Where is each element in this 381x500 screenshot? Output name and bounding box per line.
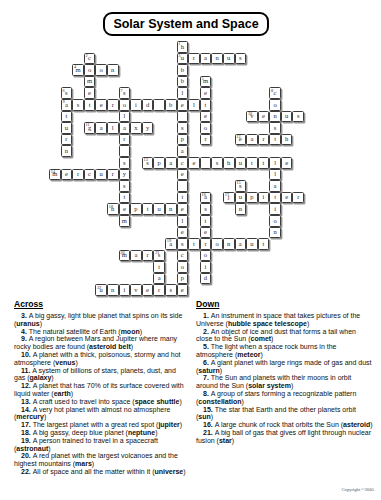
- empty-space: [61, 64, 73, 76]
- grid-cell[interactable]: e: [200, 111, 212, 123]
- clue-number: 14: [51, 170, 55, 174]
- empty-space: [269, 273, 281, 285]
- empty-space: [130, 180, 142, 192]
- clue-number: 19: [167, 239, 171, 243]
- grid-cell[interactable]: 2c: [84, 53, 96, 65]
- cell-letter: a: [169, 160, 172, 168]
- grid-cell[interactable]: 3u: [177, 53, 189, 65]
- grid-cell[interactable]: n: [235, 203, 247, 215]
- grid-cell[interactable]: s: [119, 157, 131, 169]
- grid-cell[interactable]: n: [211, 53, 223, 65]
- empty-space: [49, 76, 61, 88]
- grid-cell[interactable]: e: [200, 227, 212, 239]
- grid-cell[interactable]: a: [165, 157, 177, 169]
- grid-cell[interactable]: r: [142, 250, 154, 262]
- empty-space: [142, 192, 154, 204]
- grid-cell[interactable]: t: [84, 99, 96, 111]
- empty-space: [130, 157, 142, 169]
- grid-cell[interactable]: 4m: [72, 64, 84, 76]
- grid-cell[interactable]: [153, 99, 165, 111]
- grid-cell[interactable]: m: [119, 215, 131, 227]
- grid-cell[interactable]: u: [235, 192, 247, 204]
- grid-cell[interactable]: e: [177, 227, 189, 239]
- clue-answer: saturn: [198, 367, 219, 374]
- empty-space: [72, 273, 84, 285]
- empty-space: [95, 111, 107, 123]
- empty-space: [292, 41, 304, 53]
- grid-cell[interactable]: p: [130, 203, 142, 215]
- empty-space: [235, 169, 247, 181]
- grid-cell[interactable]: x: [130, 122, 142, 134]
- grid-cell[interactable]: r: [107, 169, 119, 181]
- grid-cell[interactable]: 21s: [153, 250, 165, 262]
- cell-letter: i: [205, 264, 207, 272]
- empty-space: [130, 76, 142, 88]
- empty-space: [258, 122, 270, 134]
- grid-cell[interactable]: n: [107, 284, 119, 296]
- cell-letter: e: [285, 194, 288, 202]
- grid-cell[interactable]: d: [142, 99, 154, 111]
- cell-letter: a: [65, 102, 68, 110]
- clue: 9. A region between Mars and Jupiter whe…: [14, 335, 188, 351]
- grid-cell[interactable]: o: [200, 250, 212, 262]
- grid-cell[interactable]: u: [223, 53, 235, 65]
- grid-cell[interactable]: a: [246, 134, 258, 146]
- grid-cell[interactable]: a: [269, 180, 281, 192]
- cell-letter: h: [285, 136, 288, 144]
- empty-space: [165, 87, 177, 99]
- empty-space: [72, 157, 84, 169]
- grid-cell[interactable]: e: [177, 169, 189, 181]
- grid-cell[interactable]: s: [119, 180, 131, 192]
- empty-space: [165, 192, 177, 204]
- empty-space: [292, 53, 304, 65]
- grid-cell[interactable]: [200, 157, 212, 169]
- empty-space: [153, 41, 165, 53]
- empty-space: [142, 227, 154, 239]
- empty-space: [61, 192, 73, 204]
- grid-cell[interactable]: 8c: [269, 87, 281, 99]
- grid-cell[interactable]: e: [142, 284, 154, 296]
- empty-space: [153, 87, 165, 99]
- clue-number-label: 10.: [21, 351, 33, 358]
- clue-answer: moon: [121, 328, 140, 335]
- cell-letter: d: [204, 275, 207, 283]
- empty-space: [223, 284, 235, 296]
- empty-space: [165, 64, 177, 76]
- grid-cell[interactable]: 11g: [84, 122, 96, 134]
- grid-cell[interactable]: i: [119, 284, 131, 296]
- grid-cell[interactable]: o: [211, 238, 223, 250]
- empty-space: [49, 41, 61, 53]
- empty-space: [165, 169, 177, 181]
- clue: 19. A person trained to travel in a spac…: [14, 437, 188, 453]
- grid-cell[interactable]: u: [95, 169, 107, 181]
- grid-cell[interactable]: e: [119, 203, 131, 215]
- empty-space: [165, 227, 177, 239]
- grid-cell[interactable]: y: [119, 169, 131, 181]
- clue-number-label: 18.: [21, 429, 33, 436]
- clue-answer: universe: [154, 468, 183, 475]
- empty-space: [200, 145, 212, 157]
- grid-cell[interactable]: o: [119, 99, 131, 111]
- cell-letter: e: [88, 90, 91, 98]
- empty-space: [246, 64, 258, 76]
- crossword-grid: 1h2c3uranus4moonbmb5m6se7sle8c9asteroidb…: [49, 41, 304, 296]
- grid-cell[interactable]: i: [258, 192, 270, 204]
- grid-cell[interactable]: 1h: [177, 41, 189, 53]
- grid-cell[interactable]: 20m: [119, 250, 131, 262]
- cell-letter: u: [100, 171, 103, 179]
- empty-space: [188, 215, 200, 227]
- empty-space: [246, 169, 258, 181]
- clue-answer: jupiter: [158, 421, 179, 428]
- grid-cell[interactable]: r: [258, 134, 270, 146]
- grid-cell[interactable]: y: [142, 122, 154, 134]
- clue-number-label: 4.: [21, 328, 29, 335]
- empty-space: [188, 203, 200, 215]
- empty-space: [107, 53, 119, 65]
- page-title-text: Solar System and Space: [113, 17, 258, 31]
- empty-space: [235, 122, 247, 134]
- clue-number: 1: [178, 42, 180, 46]
- empty-space: [49, 284, 61, 296]
- grid-cell[interactable]: t: [246, 157, 258, 169]
- grid-cell[interactable]: c: [177, 157, 189, 169]
- cell-letter: i: [263, 194, 265, 202]
- grid-cell[interactable]: e: [200, 87, 212, 99]
- grid-cell[interactable]: h: [281, 134, 293, 146]
- clue: 11. A system of billions of stars, plane…: [14, 367, 188, 383]
- clue-number-label: 1.: [203, 312, 211, 319]
- clue-number-label: 7.: [203, 374, 211, 381]
- cell-letter: y: [123, 171, 126, 179]
- cell-letter: s: [297, 113, 300, 121]
- grid-cell[interactable]: 6s: [61, 87, 73, 99]
- cell-letter: v: [134, 287, 137, 295]
- cell-letter: s: [239, 55, 242, 63]
- grid-cell[interactable]: s: [177, 122, 189, 134]
- cell-letter: b: [181, 67, 184, 75]
- cell-letter: t: [89, 102, 91, 110]
- empty-space: [49, 227, 61, 239]
- clue-number: 7: [120, 89, 122, 93]
- grid-cell[interactable]: s: [269, 122, 281, 134]
- grid-cell[interactable]: [119, 145, 131, 157]
- cell-letter: e: [181, 206, 184, 214]
- grid-cell[interactable]: r: [153, 284, 165, 296]
- grid-cell[interactable]: b: [165, 99, 177, 111]
- grid-cell[interactable]: 17j: [223, 192, 235, 204]
- grid-cell[interactable]: 7s: [119, 87, 131, 99]
- grid-cell[interactable]: a: [95, 122, 107, 134]
- grid-cell[interactable]: m: [84, 76, 96, 88]
- grid-cell[interactable]: r: [119, 134, 131, 146]
- grid-cell[interactable]: [177, 180, 189, 192]
- grid-cell[interactable]: a: [153, 273, 165, 285]
- clue-answer: hubble space telescope: [228, 320, 307, 327]
- clue-answer: constellation: [198, 398, 241, 405]
- empty-space: [211, 261, 223, 273]
- empty-space: [246, 99, 258, 111]
- grid-cell[interactable]: u: [61, 122, 73, 134]
- grid-cell[interactable]: l: [269, 157, 281, 169]
- across-clues-section: Across 3. A big gassy, light blue planet…: [14, 299, 188, 476]
- empty-space: [188, 180, 200, 192]
- grid-cell[interactable]: r: [72, 169, 84, 181]
- grid-cell[interactable]: l: [177, 87, 189, 99]
- empty-space: [281, 76, 293, 88]
- clue-number: 6: [62, 89, 64, 93]
- empty-space: [107, 227, 119, 239]
- grid-cell[interactable]: u: [281, 111, 293, 123]
- grid-cell[interactable]: p: [177, 273, 189, 285]
- grid-cell[interactable]: n: [165, 203, 177, 215]
- grid-cell[interactable]: l: [269, 169, 281, 181]
- grid-cell[interactable]: t: [258, 238, 270, 250]
- empty-space: [269, 284, 281, 296]
- empty-space: [84, 227, 96, 239]
- cell-letter: n: [65, 148, 68, 156]
- grid-cell[interactable]: l: [188, 99, 200, 111]
- cell-letter: s: [169, 287, 172, 295]
- grid-cell[interactable]: 9a: [61, 99, 73, 111]
- empty-space: [84, 180, 96, 192]
- empty-space: [142, 169, 154, 181]
- cell-letter: r: [123, 136, 125, 144]
- grid-cell[interactable]: n: [61, 145, 73, 157]
- grid-cell[interactable]: a: [119, 122, 131, 134]
- grid-cell[interactable]: e: [177, 284, 189, 296]
- grid-cell[interactable]: u: [235, 157, 247, 169]
- grid-cell[interactable]: e: [95, 99, 107, 111]
- grid-cell[interactable]: a: [200, 53, 212, 65]
- empty-space: [165, 122, 177, 134]
- cell-letter: u: [285, 113, 288, 121]
- empty-space: [258, 41, 270, 53]
- empty-space: [292, 238, 304, 250]
- grid-cell[interactable]: 5m: [200, 76, 212, 88]
- empty-space: [281, 273, 293, 285]
- empty-space: [246, 87, 258, 99]
- empty-space: [107, 215, 119, 227]
- cell-letter: n: [215, 55, 218, 63]
- empty-space: [188, 87, 200, 99]
- clue: 5. The light when a space rock burns in …: [196, 343, 374, 359]
- empty-space: [211, 203, 223, 215]
- grid-cell[interactable]: l: [107, 122, 119, 134]
- grid-cell[interactable]: t: [142, 203, 154, 215]
- empty-space: [269, 145, 281, 157]
- empty-space: [200, 169, 212, 181]
- empty-space: [72, 134, 84, 146]
- empty-space: [130, 192, 142, 204]
- clue-number: 4: [74, 65, 76, 69]
- empty-space: [292, 215, 304, 227]
- grid-cell[interactable]: n: [223, 238, 235, 250]
- empty-space: [153, 122, 165, 134]
- empty-space: [95, 261, 107, 273]
- grid-cell[interactable]: 19a: [165, 238, 177, 250]
- cell-letter: p: [250, 194, 253, 202]
- cell-letter: o: [123, 102, 126, 110]
- grid-cell[interactable]: o: [95, 64, 107, 76]
- grid-cell[interactable]: 15s: [235, 180, 247, 192]
- grid-cell[interactable]: r: [200, 238, 212, 250]
- grid-cell[interactable]: p: [153, 157, 165, 169]
- grid-cell[interactable]: u: [246, 238, 258, 250]
- grid-cell[interactable]: c: [84, 169, 96, 181]
- grid-cell[interactable]: t: [153, 261, 165, 273]
- cell-letter: c: [88, 171, 91, 179]
- grid-cell[interactable]: e: [84, 87, 96, 99]
- empty-space: [223, 227, 235, 239]
- empty-space: [235, 261, 247, 273]
- empty-space: [142, 215, 154, 227]
- empty-space: [258, 76, 270, 88]
- grid-cell[interactable]: s: [211, 157, 223, 169]
- empty-space: [281, 169, 293, 181]
- empty-space: [188, 169, 200, 181]
- cell-letter: o: [181, 264, 184, 272]
- empty-space: [153, 64, 165, 76]
- empty-space: [95, 53, 107, 65]
- cell-letter: u: [250, 241, 253, 249]
- empty-space: [258, 203, 270, 215]
- clue-number-label: 6.: [203, 359, 211, 366]
- grid-cell[interactable]: i: [200, 261, 212, 273]
- grid-cell[interactable]: o: [200, 122, 212, 134]
- grid-cell[interactable]: b: [177, 64, 189, 76]
- empty-space: [72, 284, 84, 296]
- cell-letter: y: [146, 125, 149, 133]
- grid-cell[interactable]: s: [292, 111, 304, 123]
- grid-cell[interactable]: e: [177, 99, 189, 111]
- clue: 20. A red planet with the largest volcan…: [14, 452, 188, 468]
- cell-letter: u: [227, 55, 230, 63]
- empty-space: [292, 180, 304, 192]
- empty-space: [211, 169, 223, 181]
- grid-cell[interactable]: e: [258, 111, 270, 123]
- grid-cell[interactable]: e: [61, 169, 73, 181]
- grid-cell[interactable]: t: [188, 238, 200, 250]
- grid-cell[interactable]: n: [107, 64, 119, 76]
- grid-cell[interactable]: l: [119, 111, 131, 123]
- grid-cell[interactable]: e: [177, 203, 189, 215]
- grid-cell[interactable]: s: [177, 238, 189, 250]
- grid-cell[interactable]: 18n: [107, 203, 119, 215]
- grid-cell[interactable]: s: [72, 99, 84, 111]
- grid-cell[interactable]: d: [200, 273, 212, 285]
- empty-space: [49, 273, 61, 285]
- grid-cell[interactable]: s: [235, 53, 247, 65]
- grid-cell[interactable]: 16a: [200, 192, 212, 204]
- grid-cell[interactable]: a: [177, 145, 189, 157]
- grid-cell[interactable]: c: [177, 250, 189, 262]
- empty-space: [258, 64, 270, 76]
- grid-cell[interactable]: t: [269, 134, 281, 146]
- grid-cell[interactable]: e: [281, 192, 293, 204]
- grid-cell[interactable]: n: [269, 111, 281, 123]
- grid-cell[interactable]: t: [61, 111, 73, 123]
- cell-letter: t: [147, 206, 149, 214]
- grid-cell[interactable]: r: [292, 192, 304, 204]
- grid-cell[interactable]: b: [177, 76, 189, 88]
- grid-cell[interactable]: p: [177, 134, 189, 146]
- cell-letter: b: [169, 102, 172, 110]
- grid-cell[interactable]: o: [84, 64, 96, 76]
- grid-cell[interactable]: s: [200, 203, 212, 215]
- grid-cell[interactable]: e: [188, 157, 200, 169]
- grid-cell[interactable]: o: [269, 215, 281, 227]
- grid-cell[interactable]: r: [200, 134, 212, 146]
- grid-cell[interactable]: t: [258, 157, 270, 169]
- grid-cell[interactable]: 22u: [95, 284, 107, 296]
- empty-space: [130, 227, 142, 239]
- clue-answer: galaxy: [30, 374, 52, 381]
- empty-space: [188, 64, 200, 76]
- empty-space: [119, 261, 131, 273]
- clue-number-label: 14.: [21, 406, 33, 413]
- grid-cell[interactable]: p: [246, 192, 258, 204]
- grid-cell[interactable]: v: [130, 284, 142, 296]
- grid-cell[interactable]: n: [269, 227, 281, 239]
- empty-space: [281, 122, 293, 134]
- grid-cell[interactable]: r: [188, 53, 200, 65]
- grid-cell[interactable]: t: [177, 192, 189, 204]
- grid-cell[interactable]: l: [177, 215, 189, 227]
- grid-cell[interactable]: t: [119, 192, 131, 204]
- empty-space: [61, 261, 73, 273]
- grid-cell[interactable]: 14m: [49, 169, 61, 181]
- cell-letter: e: [65, 171, 68, 179]
- grid-cell[interactable]: u: [153, 203, 165, 215]
- grid-cell[interactable]: i: [130, 99, 142, 111]
- grid-cell[interactable]: t: [200, 215, 212, 227]
- empty-space: [258, 145, 270, 157]
- grid-cell[interactable]: t: [200, 99, 212, 111]
- cell-letter: s: [123, 160, 126, 168]
- grid-cell[interactable]: i: [269, 203, 281, 215]
- grid-cell[interactable]: t: [269, 192, 281, 204]
- grid-cell[interactable]: e: [281, 157, 293, 169]
- empty-space: [95, 41, 107, 53]
- grid-cell[interactable]: o: [269, 99, 281, 111]
- empty-space: [107, 238, 119, 250]
- grid-cell[interactable]: 12e: [235, 134, 247, 146]
- grid-cell[interactable]: r: [61, 134, 73, 146]
- grid-cell[interactable]: a: [130, 250, 142, 262]
- grid-cell[interactable]: h: [223, 157, 235, 169]
- empty-space: [49, 250, 61, 262]
- empty-space: [188, 284, 200, 296]
- cell-letter: e: [181, 102, 184, 110]
- cell-letter: n: [169, 206, 172, 214]
- grid-cell[interactable]: r: [107, 99, 119, 111]
- grid-cell[interactable]: o: [177, 261, 189, 273]
- grid-cell[interactable]: 10v: [246, 111, 258, 123]
- empty-space: [258, 87, 270, 99]
- clue-number-label: 5.: [203, 343, 211, 350]
- grid-cell[interactable]: 13s: [142, 157, 154, 169]
- grid-cell[interactable]: a: [235, 238, 247, 250]
- clue: 22. All of space and all the matter with…: [14, 468, 188, 476]
- empty-space: [292, 145, 304, 157]
- empty-space: [292, 99, 304, 111]
- grid-cell[interactable]: [177, 111, 189, 123]
- empty-space: [142, 53, 154, 65]
- grid-cell[interactable]: s: [165, 284, 177, 296]
